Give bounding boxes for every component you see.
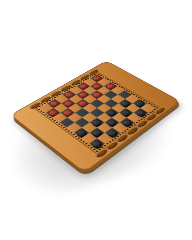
photo-canvas: ●●●●●●●●●●●●●●●●●●●●●●●● [0, 0, 192, 240]
